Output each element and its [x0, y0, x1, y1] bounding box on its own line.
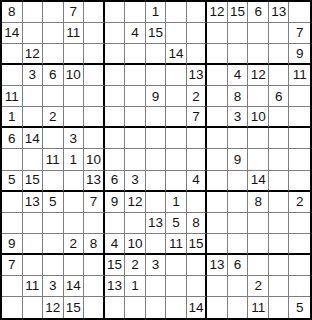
cell-r8c12: 9 [228, 149, 249, 170]
cell-r5c3[interactable] [43, 86, 64, 107]
cell-r6c14[interactable] [269, 107, 290, 128]
cell-r4c15: 11 [289, 65, 310, 86]
cell-r14c2: 11 [23, 276, 44, 297]
cell-r4c13: 12 [248, 65, 269, 86]
cell-r14c14[interactable] [269, 276, 290, 297]
cell-r12c11[interactable] [207, 234, 228, 255]
cell-r13c10[interactable] [187, 255, 208, 276]
cell-r14c5[interactable] [84, 276, 105, 297]
cell-r15c9[interactable] [166, 297, 187, 318]
cell-r15c1[interactable] [2, 297, 23, 318]
cell-r10c1[interactable] [2, 192, 23, 213]
cell-r3c13[interactable] [248, 44, 269, 65]
cell-r10c13: 8 [248, 192, 269, 213]
cell-r10c14[interactable] [269, 192, 290, 213]
cell-r3c14[interactable] [269, 44, 290, 65]
cell-r3c8[interactable] [146, 44, 167, 65]
cell-r5c8: 9 [146, 86, 167, 107]
cell-r10c4[interactable] [64, 192, 85, 213]
cell-r3c9: 14 [166, 44, 187, 65]
cell-r8c14[interactable] [269, 149, 290, 170]
cell-r1c9[interactable] [166, 2, 187, 23]
cell-r14c15[interactable] [289, 276, 310, 297]
cell-r6c3: 2 [43, 107, 64, 128]
cell-r13c11: 13 [207, 255, 228, 276]
cell-r7c10[interactable] [187, 128, 208, 149]
cell-r6c10: 7 [187, 107, 208, 128]
cell-r15c2[interactable] [23, 297, 44, 318]
cell-r13c6: 15 [105, 255, 126, 276]
cell-r7c7[interactable] [125, 128, 146, 149]
cell-r2c12[interactable] [228, 23, 249, 44]
cell-r14c3: 3 [43, 276, 64, 297]
cell-r9c7: 3 [125, 171, 146, 192]
cell-r3c10[interactable] [187, 44, 208, 65]
cell-r12c9: 11 [166, 234, 187, 255]
cell-r12c8[interactable] [146, 234, 167, 255]
cell-r8c10[interactable] [187, 149, 208, 170]
cell-r4c12: 4 [228, 65, 249, 86]
cell-r2c1: 14 [2, 23, 23, 44]
cell-r2c14[interactable] [269, 23, 290, 44]
cell-r4c8[interactable] [146, 65, 167, 86]
cell-r12c5: 8 [84, 234, 105, 255]
cell-r9c8[interactable] [146, 171, 167, 192]
cell-r9c14[interactable] [269, 171, 290, 192]
cell-r3c2: 12 [23, 44, 44, 65]
cell-r9c2: 15 [23, 171, 44, 192]
cell-r15c11[interactable] [207, 297, 228, 318]
cell-r2c6[interactable] [105, 23, 126, 44]
cell-r1c6[interactable] [105, 2, 126, 23]
cell-r2c3[interactable] [43, 23, 64, 44]
cell-r1c11: 12 [207, 2, 228, 23]
cell-r12c4: 2 [64, 234, 85, 255]
cell-r10c15: 2 [289, 192, 310, 213]
cell-r4c4: 10 [64, 65, 85, 86]
cell-r11c8: 13 [146, 213, 167, 234]
cell-r15c15: 5 [289, 297, 310, 318]
cell-r8c6[interactable] [105, 149, 126, 170]
cell-r7c11[interactable] [207, 128, 228, 149]
cell-r13c2[interactable] [23, 255, 44, 276]
cell-r9c13: 14 [248, 171, 269, 192]
cell-r4c1[interactable] [2, 65, 23, 86]
cell-r10c7: 12 [125, 192, 146, 213]
cell-r3c4[interactable] [64, 44, 85, 65]
cell-r9c10: 4 [187, 171, 208, 192]
cell-r13c8: 3 [146, 255, 167, 276]
cell-r1c7[interactable] [125, 2, 146, 23]
cell-r6c13: 10 [248, 107, 269, 128]
cell-r3c6[interactable] [105, 44, 126, 65]
cell-r2c7: 4 [125, 23, 146, 44]
cell-r1c5[interactable] [84, 2, 105, 23]
cell-r9c5: 13 [84, 171, 105, 192]
cell-r2c5[interactable] [84, 23, 105, 44]
cell-r4c5[interactable] [84, 65, 105, 86]
cell-r5c10: 2 [187, 86, 208, 107]
cell-r14c8[interactable] [146, 276, 167, 297]
cell-r4c14[interactable] [269, 65, 290, 86]
cell-r10c5: 7 [84, 192, 105, 213]
cell-r4c10: 13 [187, 65, 208, 86]
cell-r9c11[interactable] [207, 171, 228, 192]
cell-r13c9[interactable] [166, 255, 187, 276]
cell-r15c3: 12 [43, 297, 64, 318]
cell-r5c7[interactable] [125, 86, 146, 107]
cell-r10c11[interactable] [207, 192, 228, 213]
cell-r9c9[interactable] [166, 171, 187, 192]
cell-r2c9[interactable] [166, 23, 187, 44]
cell-r7c9[interactable] [166, 128, 187, 149]
cell-r9c15[interactable] [289, 171, 310, 192]
cell-r7c3[interactable] [43, 128, 64, 149]
cell-r12c3[interactable] [43, 234, 64, 255]
cell-r4c2: 3 [23, 65, 44, 86]
cell-r5c11[interactable] [207, 86, 228, 107]
cell-r3c7[interactable] [125, 44, 146, 65]
cell-r4c6[interactable] [105, 65, 126, 86]
cell-r6c2[interactable] [23, 107, 44, 128]
cell-r4c7[interactable] [125, 65, 146, 86]
cell-r8c4: 1 [64, 149, 85, 170]
cell-r3c11[interactable] [207, 44, 228, 65]
cell-r2c10[interactable] [187, 23, 208, 44]
cell-r9c4[interactable] [64, 171, 85, 192]
cell-r15c5[interactable] [84, 297, 105, 318]
cell-r5c15[interactable] [289, 86, 310, 107]
cell-r13c12: 6 [228, 255, 249, 276]
cell-r13c4[interactable] [64, 255, 85, 276]
cell-r8c11[interactable] [207, 149, 228, 170]
cell-r6c6[interactable] [105, 107, 126, 128]
cell-r11c7[interactable] [125, 213, 146, 234]
cell-r7c4: 3 [64, 128, 85, 149]
cell-r9c12[interactable] [228, 171, 249, 192]
cell-r12c14[interactable] [269, 234, 290, 255]
cell-r5c5[interactable] [84, 86, 105, 107]
cell-r12c13[interactable] [248, 234, 269, 255]
cell-r10c6: 9 [105, 192, 126, 213]
cell-r12c10: 15 [187, 234, 208, 255]
cell-r2c11[interactable] [207, 23, 228, 44]
cell-r6c8[interactable] [146, 107, 167, 128]
cell-r8c15[interactable] [289, 149, 310, 170]
cell-r15c13: 11 [248, 297, 269, 318]
cell-r11c15[interactable] [289, 213, 310, 234]
cell-r8c13[interactable] [248, 149, 269, 170]
cell-r15c8[interactable] [146, 297, 167, 318]
cell-r7c5[interactable] [84, 128, 105, 149]
cell-r1c4: 7 [64, 2, 85, 23]
cell-r10c8[interactable] [146, 192, 167, 213]
cell-r2c4: 11 [64, 23, 85, 44]
cell-r5c6[interactable] [105, 86, 126, 107]
cell-r7c12[interactable] [228, 128, 249, 149]
cell-r2c8: 15 [146, 23, 167, 44]
cell-r11c9: 5 [166, 213, 187, 234]
cell-r14c1[interactable] [2, 276, 23, 297]
cell-r5c14: 6 [269, 86, 290, 107]
cell-r10c9: 1 [166, 192, 187, 213]
cell-r1c10[interactable] [187, 2, 208, 23]
cell-r10c12[interactable] [228, 192, 249, 213]
cell-r8c1[interactable] [2, 149, 23, 170]
cell-r7c1: 6 [2, 128, 23, 149]
cell-r6c7[interactable] [125, 107, 146, 128]
cell-r6c1: 1 [2, 107, 23, 128]
cell-r10c10[interactable] [187, 192, 208, 213]
cell-r8c9[interactable] [166, 149, 187, 170]
cell-r13c1: 7 [2, 255, 23, 276]
cell-r10c2: 13 [23, 192, 44, 213]
cell-r14c7: 1 [125, 276, 146, 297]
cell-r2c13[interactable] [248, 23, 269, 44]
cell-r3c1[interactable] [2, 44, 23, 65]
cell-r15c10: 14 [187, 297, 208, 318]
cell-r1c15[interactable] [289, 2, 310, 23]
cell-r7c2: 14 [23, 128, 44, 149]
cell-r9c6: 6 [105, 171, 126, 192]
cell-r1c1: 8 [2, 2, 23, 23]
cell-r11c10: 8 [187, 213, 208, 234]
cell-r1c13: 6 [248, 2, 269, 23]
cell-r11c1[interactable] [2, 213, 23, 234]
cell-r6c11[interactable] [207, 107, 228, 128]
cell-r5c2[interactable] [23, 86, 44, 107]
cell-r3c5[interactable] [84, 44, 105, 65]
cell-r3c12[interactable] [228, 44, 249, 65]
cell-r8c2[interactable] [23, 149, 44, 170]
cell-r1c14: 13 [269, 2, 290, 23]
cell-r11c12[interactable] [228, 213, 249, 234]
cell-r13c7: 2 [125, 255, 146, 276]
cell-r6c12: 3 [228, 107, 249, 128]
cell-r1c3[interactable] [43, 2, 64, 23]
cell-r6c9[interactable] [166, 107, 187, 128]
cell-r1c2[interactable] [23, 2, 44, 23]
cell-r15c7[interactable] [125, 297, 146, 318]
cell-r14c12[interactable] [228, 276, 249, 297]
cell-r14c10[interactable] [187, 276, 208, 297]
cell-r7c13[interactable] [248, 128, 269, 149]
cell-r7c15[interactable] [289, 128, 310, 149]
cell-r5c13[interactable] [248, 86, 269, 107]
cell-r6c15[interactable] [289, 107, 310, 128]
cell-r5c4[interactable] [64, 86, 85, 107]
cell-r11c2[interactable] [23, 213, 44, 234]
cell-r11c14[interactable] [269, 213, 290, 234]
cell-r8c3: 11 [43, 149, 64, 170]
cell-r11c5[interactable] [84, 213, 105, 234]
sudoku-board: 8711215613141141571214936101341211119286… [0, 0, 312, 320]
cell-r5c12: 8 [228, 86, 249, 107]
cell-r11c6[interactable] [105, 213, 126, 234]
cell-r1c8: 1 [146, 2, 167, 23]
cell-r14c6: 13 [105, 276, 126, 297]
cell-r10c3: 5 [43, 192, 64, 213]
cell-r12c6: 4 [105, 234, 126, 255]
cell-r15c12[interactable] [228, 297, 249, 318]
cell-r8c5: 10 [84, 149, 105, 170]
cell-r12c15[interactable] [289, 234, 310, 255]
cell-r12c7: 10 [125, 234, 146, 255]
cell-r7c14[interactable] [269, 128, 290, 149]
cell-r11c3[interactable] [43, 213, 64, 234]
cell-r8c7[interactable] [125, 149, 146, 170]
cell-r3c3[interactable] [43, 44, 64, 65]
cell-r6c5[interactable] [84, 107, 105, 128]
cell-r11c13[interactable] [248, 213, 269, 234]
cell-r15c6[interactable] [105, 297, 126, 318]
cell-r12c1: 9 [2, 234, 23, 255]
cell-r7c6[interactable] [105, 128, 126, 149]
cell-r2c15: 7 [289, 23, 310, 44]
cell-r13c3[interactable] [43, 255, 64, 276]
cell-r11c4[interactable] [64, 213, 85, 234]
cell-r13c5[interactable] [84, 255, 105, 276]
cell-r9c3[interactable] [43, 171, 64, 192]
cell-r14c11[interactable] [207, 276, 228, 297]
cell-r4c3: 6 [43, 65, 64, 86]
cell-r8c8[interactable] [146, 149, 167, 170]
cell-r14c9[interactable] [166, 276, 187, 297]
cell-r5c1: 11 [2, 86, 23, 107]
cell-r13c13[interactable] [248, 255, 269, 276]
cell-r11c11[interactable] [207, 213, 228, 234]
cell-r1c12: 15 [228, 2, 249, 23]
cell-r6c4[interactable] [64, 107, 85, 128]
cell-r12c12[interactable] [228, 234, 249, 255]
cell-r14c13: 2 [248, 276, 269, 297]
cell-r12c2[interactable] [23, 234, 44, 255]
cell-r7c8[interactable] [146, 128, 167, 149]
cell-r2c2[interactable] [23, 23, 44, 44]
cell-r15c4: 15 [64, 297, 85, 318]
cell-r14c4: 14 [64, 276, 85, 297]
cell-r13c15[interactable] [289, 255, 310, 276]
cell-r3c15: 9 [289, 44, 310, 65]
cell-r9c1: 5 [2, 171, 23, 192]
cell-r13c14[interactable] [269, 255, 290, 276]
cell-r4c11[interactable] [207, 65, 228, 86]
cell-r4c9[interactable] [166, 65, 187, 86]
cell-r15c14[interactable] [269, 297, 290, 318]
cell-r5c9[interactable] [166, 86, 187, 107]
